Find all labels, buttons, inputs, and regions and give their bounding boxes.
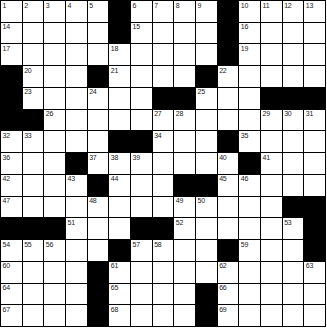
white-cell[interactable]	[174, 262, 195, 283]
white-cell[interactable]	[174, 131, 195, 152]
white-cell[interactable]: 57	[131, 240, 152, 261]
clue-number: 20	[24, 67, 31, 75]
black-cell	[218, 240, 239, 261]
white-cell[interactable]: 24	[88, 88, 109, 109]
black-cell	[261, 88, 282, 109]
white-cell[interactable]: 20	[23, 66, 44, 87]
white-cell[interactable]: 3	[44, 1, 65, 22]
clue-number: 29	[262, 110, 269, 118]
white-cell[interactable]: 63	[304, 262, 325, 283]
white-cell[interactable]: 38	[109, 153, 130, 174]
white-cell[interactable]	[66, 197, 87, 218]
white-cell[interactable]	[196, 153, 217, 174]
white-cell[interactable]: 13	[304, 1, 325, 22]
clue-number: 53	[284, 219, 291, 227]
clue-number: 33	[24, 132, 31, 140]
white-cell[interactable]: 62	[218, 262, 239, 283]
white-cell[interactable]	[23, 44, 44, 65]
white-cell[interactable]: 43	[66, 175, 87, 196]
white-cell[interactable]	[131, 305, 152, 326]
clue-number: 67	[3, 306, 10, 314]
white-cell[interactable]	[283, 23, 304, 44]
white-cell[interactable]	[153, 197, 174, 218]
white-cell[interactable]	[239, 66, 260, 87]
white-cell[interactable]: 59	[239, 240, 260, 261]
white-cell[interactable]	[174, 66, 195, 87]
clue-number: 60	[3, 262, 10, 270]
white-cell[interactable]: 42	[1, 175, 22, 196]
white-cell[interactable]: 32	[1, 131, 22, 152]
white-cell[interactable]	[283, 284, 304, 305]
clue-number: 5	[89, 2, 93, 10]
clue-number: 50	[197, 197, 204, 205]
white-cell[interactable]	[131, 262, 152, 283]
white-cell[interactable]: 39	[131, 153, 152, 174]
white-cell[interactable]: 7	[153, 1, 174, 22]
white-cell[interactable]: 6	[131, 1, 152, 22]
white-cell[interactable]: 69	[218, 305, 239, 326]
clue-number: 6	[132, 2, 136, 10]
white-cell[interactable]	[44, 153, 65, 174]
white-cell[interactable]	[66, 240, 87, 261]
white-cell[interactable]: 53	[283, 218, 304, 239]
clue-number: 35	[241, 132, 248, 140]
white-cell[interactable]: 21	[109, 66, 130, 87]
white-cell[interactable]	[239, 218, 260, 239]
white-cell[interactable]	[304, 44, 325, 65]
white-cell[interactable]	[66, 88, 87, 109]
black-cell	[23, 218, 44, 239]
white-cell[interactable]	[196, 110, 217, 131]
crossword-grid: 1234567891011121314151617181920212223242…	[0, 0, 326, 327]
clue-number: 26	[46, 110, 53, 118]
clue-number: 57	[132, 241, 139, 249]
black-cell	[283, 88, 304, 109]
white-cell[interactable]	[88, 110, 109, 131]
white-cell[interactable]	[196, 218, 217, 239]
white-cell[interactable]: 34	[153, 131, 174, 152]
clue-number: 17	[3, 45, 10, 53]
clue-number: 7	[154, 2, 158, 10]
clue-number: 16	[241, 23, 248, 31]
white-cell[interactable]	[109, 218, 130, 239]
clue-number: 42	[3, 175, 10, 183]
clue-number: 56	[46, 241, 53, 249]
clue-number: 63	[306, 262, 313, 270]
clue-number: 9	[197, 2, 201, 10]
white-cell[interactable]	[44, 305, 65, 326]
black-cell	[239, 153, 260, 174]
white-cell[interactable]: 22	[218, 66, 239, 87]
clue-number: 28	[176, 110, 183, 118]
clue-number: 2	[24, 2, 28, 10]
clue-number: 24	[89, 88, 96, 96]
white-cell[interactable]: 10	[239, 1, 260, 22]
white-cell[interactable]	[261, 262, 282, 283]
white-cell[interactable]	[23, 175, 44, 196]
clue-number: 69	[219, 306, 226, 314]
white-cell[interactable]	[44, 197, 65, 218]
white-cell[interactable]	[153, 44, 174, 65]
clue-number: 27	[154, 110, 161, 118]
clue-number: 41	[262, 154, 269, 162]
white-cell[interactable]	[153, 66, 174, 87]
white-cell[interactable]: 50	[196, 197, 217, 218]
clue-number: 46	[241, 175, 248, 183]
white-cell[interactable]: 67	[1, 305, 22, 326]
white-cell[interactable]	[283, 240, 304, 261]
clue-number: 23	[24, 88, 31, 96]
white-cell[interactable]: 60	[1, 262, 22, 283]
white-cell[interactable]	[283, 44, 304, 65]
black-cell	[218, 131, 239, 152]
black-cell	[304, 240, 325, 261]
white-cell[interactable]	[261, 23, 282, 44]
black-cell	[196, 66, 217, 87]
white-cell[interactable]	[109, 110, 130, 131]
clue-number: 18	[111, 45, 118, 53]
white-cell[interactable]	[44, 131, 65, 152]
white-cell[interactable]	[66, 66, 87, 87]
white-cell[interactable]: 56	[44, 240, 65, 261]
white-cell[interactable]: 52	[174, 218, 195, 239]
white-cell[interactable]	[44, 175, 65, 196]
white-cell[interactable]	[261, 218, 282, 239]
white-cell[interactable]	[131, 175, 152, 196]
white-cell[interactable]	[23, 305, 44, 326]
clue-number: 13	[306, 2, 313, 10]
white-cell[interactable]	[88, 44, 109, 65]
clue-number: 39	[132, 154, 139, 162]
white-cell[interactable]	[196, 240, 217, 261]
white-cell[interactable]	[44, 284, 65, 305]
clue-number: 68	[111, 306, 118, 314]
white-cell[interactable]: 51	[66, 218, 87, 239]
black-cell	[1, 218, 22, 239]
white-cell[interactable]	[196, 44, 217, 65]
black-cell	[66, 153, 87, 174]
white-cell[interactable]	[66, 284, 87, 305]
white-cell[interactable]	[196, 23, 217, 44]
white-cell[interactable]	[66, 110, 87, 131]
white-cell[interactable]	[304, 175, 325, 196]
clue-number: 44	[111, 175, 118, 183]
white-cell[interactable]	[261, 305, 282, 326]
black-cell	[23, 110, 44, 131]
white-cell[interactable]	[261, 44, 282, 65]
white-cell[interactable]	[239, 284, 260, 305]
clue-number: 65	[111, 284, 118, 292]
white-cell[interactable]	[218, 218, 239, 239]
white-cell[interactable]: 27	[153, 110, 174, 131]
black-cell	[283, 197, 304, 218]
clue-number: 51	[67, 219, 74, 227]
white-cell[interactable]: 25	[196, 88, 217, 109]
white-cell[interactable]: 65	[109, 284, 130, 305]
clue-number: 54	[3, 241, 10, 249]
white-cell[interactable]	[283, 131, 304, 152]
white-cell[interactable]	[66, 131, 87, 152]
black-cell	[88, 284, 109, 305]
white-cell[interactable]	[261, 66, 282, 87]
white-cell[interactable]: 54	[1, 240, 22, 261]
clue-number: 30	[284, 110, 291, 118]
black-cell	[304, 197, 325, 218]
white-cell[interactable]: 29	[261, 110, 282, 131]
black-cell	[174, 175, 195, 196]
white-cell[interactable]	[131, 110, 152, 131]
white-cell[interactable]: 16	[239, 23, 260, 44]
clue-number: 43	[67, 175, 74, 183]
black-cell	[196, 305, 217, 326]
white-cell[interactable]	[44, 88, 65, 109]
white-cell[interactable]	[261, 197, 282, 218]
white-cell[interactable]: 19	[239, 44, 260, 65]
clue-number: 10	[241, 2, 248, 10]
white-cell[interactable]	[44, 66, 65, 87]
white-cell[interactable]: 46	[239, 175, 260, 196]
white-cell[interactable]	[131, 44, 152, 65]
white-cell[interactable]	[153, 175, 174, 196]
white-cell[interactable]: 14	[1, 23, 22, 44]
clue-number: 48	[89, 197, 96, 205]
white-cell[interactable]	[239, 88, 260, 109]
white-cell[interactable]	[196, 262, 217, 283]
white-cell[interactable]	[44, 44, 65, 65]
clue-number: 11	[262, 2, 269, 10]
clue-number: 34	[154, 132, 161, 140]
white-cell[interactable]	[239, 110, 260, 131]
white-cell[interactable]: 40	[218, 153, 239, 174]
white-cell[interactable]	[23, 23, 44, 44]
white-cell[interactable]	[218, 88, 239, 109]
white-cell[interactable]	[153, 262, 174, 283]
white-cell[interactable]	[239, 262, 260, 283]
white-cell[interactable]: 41	[261, 153, 282, 174]
white-cell[interactable]	[283, 175, 304, 196]
white-cell[interactable]: 66	[218, 284, 239, 305]
white-cell[interactable]	[131, 284, 152, 305]
white-cell[interactable]	[218, 110, 239, 131]
black-cell	[44, 218, 65, 239]
white-cell[interactable]: 68	[109, 305, 130, 326]
white-cell[interactable]: 12	[283, 1, 304, 22]
black-cell	[1, 110, 22, 131]
black-cell	[304, 88, 325, 109]
black-cell	[88, 175, 109, 196]
white-cell[interactable]: 55	[23, 240, 44, 261]
black-cell	[1, 88, 22, 109]
white-cell[interactable]: 31	[304, 110, 325, 131]
white-cell[interactable]	[174, 44, 195, 65]
white-cell[interactable]	[174, 284, 195, 305]
clue-number: 36	[3, 154, 10, 162]
white-cell[interactable]	[44, 262, 65, 283]
clue-number: 1	[3, 2, 7, 10]
clue-number: 31	[306, 110, 313, 118]
clue-number: 59	[241, 241, 248, 249]
white-cell[interactable]: 1	[1, 1, 22, 22]
white-cell[interactable]: 4	[66, 1, 87, 22]
white-cell[interactable]: 18	[109, 44, 130, 65]
white-cell[interactable]	[239, 305, 260, 326]
white-cell[interactable]	[88, 23, 109, 44]
white-cell[interactable]: 33	[23, 131, 44, 152]
white-cell[interactable]: 15	[131, 23, 152, 44]
clue-number: 37	[89, 154, 96, 162]
white-cell[interactable]: 23	[23, 88, 44, 109]
white-cell[interactable]: 64	[1, 284, 22, 305]
clue-number: 14	[3, 23, 10, 31]
white-cell[interactable]: 36	[1, 153, 22, 174]
clue-number: 21	[111, 67, 118, 75]
white-cell[interactable]	[239, 197, 260, 218]
white-cell[interactable]: 61	[109, 262, 130, 283]
white-cell[interactable]	[304, 66, 325, 87]
black-cell	[109, 23, 130, 44]
black-cell	[153, 218, 174, 239]
white-cell[interactable]	[304, 153, 325, 174]
clue-number: 38	[111, 154, 118, 162]
black-cell	[153, 88, 174, 109]
white-cell[interactable]	[66, 44, 87, 65]
clue-number: 52	[176, 219, 183, 227]
white-cell[interactable]: 45	[218, 175, 239, 196]
white-cell[interactable]: 28	[174, 110, 195, 131]
white-cell[interactable]: 11	[261, 1, 282, 22]
white-cell[interactable]: 9	[196, 1, 217, 22]
white-cell[interactable]	[66, 305, 87, 326]
white-cell[interactable]	[23, 262, 44, 283]
white-cell[interactable]	[261, 131, 282, 152]
black-cell	[218, 23, 239, 44]
black-cell	[109, 240, 130, 261]
white-cell[interactable]	[283, 153, 304, 174]
white-cell[interactable]	[66, 262, 87, 283]
black-cell	[174, 88, 195, 109]
clue-number: 19	[241, 45, 248, 53]
white-cell[interactable]	[304, 131, 325, 152]
white-cell[interactable]	[23, 197, 44, 218]
white-cell[interactable]	[153, 305, 174, 326]
clue-number: 61	[111, 262, 118, 270]
white-cell[interactable]	[283, 66, 304, 87]
white-cell[interactable]	[66, 23, 87, 44]
black-cell	[304, 218, 325, 239]
clue-number: 62	[219, 262, 226, 270]
white-cell[interactable]: 17	[1, 44, 22, 65]
white-cell[interactable]	[153, 153, 174, 174]
clue-number: 45	[219, 175, 226, 183]
white-cell[interactable]	[88, 218, 109, 239]
clue-number: 12	[284, 2, 291, 10]
white-cell[interactable]	[261, 284, 282, 305]
clue-number: 25	[197, 88, 204, 96]
black-cell	[131, 131, 152, 152]
white-cell[interactable]	[283, 305, 304, 326]
clue-number: 15	[132, 23, 139, 31]
white-cell[interactable]: 30	[283, 110, 304, 131]
white-cell[interactable]	[174, 240, 195, 261]
black-cell	[109, 1, 130, 22]
black-cell	[196, 284, 217, 305]
white-cell[interactable]: 8	[174, 1, 195, 22]
white-cell[interactable]: 44	[109, 175, 130, 196]
white-cell[interactable]	[196, 131, 217, 152]
clue-number: 40	[219, 154, 226, 162]
white-cell[interactable]	[304, 23, 325, 44]
white-cell[interactable]	[88, 240, 109, 261]
black-cell	[218, 1, 239, 22]
white-cell[interactable]	[304, 284, 325, 305]
white-cell[interactable]	[218, 197, 239, 218]
white-cell[interactable]: 37	[88, 153, 109, 174]
black-cell	[131, 218, 152, 239]
white-cell[interactable]	[261, 240, 282, 261]
white-cell[interactable]	[131, 88, 152, 109]
white-cell[interactable]	[44, 23, 65, 44]
white-cell[interactable]	[131, 66, 152, 87]
white-cell[interactable]	[283, 262, 304, 283]
white-cell[interactable]	[174, 153, 195, 174]
clue-number: 47	[3, 197, 10, 205]
white-cell[interactable]	[23, 153, 44, 174]
white-cell[interactable]	[23, 284, 44, 305]
white-cell[interactable]: 35	[239, 131, 260, 152]
black-cell	[109, 131, 130, 152]
white-cell[interactable]	[109, 197, 130, 218]
white-cell[interactable]	[131, 197, 152, 218]
clue-number: 22	[219, 67, 226, 75]
white-cell[interactable]: 48	[88, 197, 109, 218]
white-cell[interactable]	[109, 88, 130, 109]
clue-number: 64	[3, 284, 10, 292]
white-cell[interactable]	[153, 284, 174, 305]
black-cell	[88, 262, 109, 283]
clue-number: 32	[3, 132, 10, 140]
white-cell[interactable]: 26	[44, 110, 65, 131]
white-cell[interactable]	[153, 23, 174, 44]
white-cell[interactable]: 5	[88, 1, 109, 22]
black-cell	[218, 44, 239, 65]
clue-number: 58	[154, 241, 161, 249]
clue-number: 3	[46, 2, 50, 10]
white-cell[interactable]: 58	[153, 240, 174, 261]
white-cell[interactable]	[261, 175, 282, 196]
white-cell[interactable]: 47	[1, 197, 22, 218]
clue-number: 4	[67, 2, 71, 10]
clue-number: 66	[219, 284, 226, 292]
black-cell	[1, 66, 22, 87]
black-cell	[196, 175, 217, 196]
clue-number: 49	[176, 197, 183, 205]
white-cell[interactable]	[88, 131, 109, 152]
clue-number: 8	[176, 2, 180, 10]
white-cell[interactable]	[174, 305, 195, 326]
white-cell[interactable]: 49	[174, 197, 195, 218]
white-cell[interactable]	[304, 305, 325, 326]
clue-number: 55	[24, 241, 31, 249]
white-cell[interactable]	[174, 23, 195, 44]
white-cell[interactable]: 2	[23, 1, 44, 22]
black-cell	[88, 305, 109, 326]
black-cell	[88, 66, 109, 87]
